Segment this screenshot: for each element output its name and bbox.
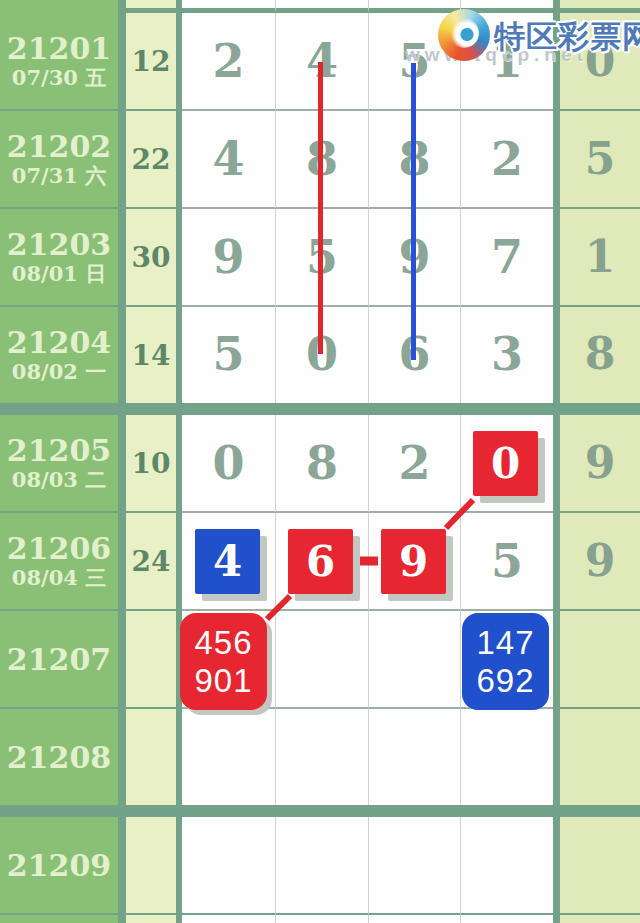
digit-cell: 8 — [275, 111, 368, 209]
site-logo: 特区彩票网 — [436, 6, 640, 66]
issue-cell: 21208 — [0, 709, 118, 805]
sum-value: 10 — [132, 447, 171, 480]
highlight-box-red: 9 — [381, 529, 446, 594]
digit-cell — [275, 915, 368, 923]
prediction-box-blue: 147692 — [462, 613, 549, 710]
issue-number: 21204 — [7, 326, 111, 359]
sum-cell: 24 — [126, 513, 176, 611]
digit-cell — [368, 915, 460, 923]
sum-cell — [126, 915, 176, 923]
row-21208: 21208 — [0, 709, 640, 805]
sum-cell — [126, 817, 176, 915]
sum-cell: 12 — [126, 13, 176, 111]
digit-cell — [275, 817, 368, 915]
row-21204: 2120408/02 一1450638 — [0, 307, 640, 403]
prediction-box-red: 456901 — [180, 613, 267, 710]
tail-cell: 1 — [560, 209, 640, 307]
issue-number: 21208 — [7, 741, 111, 774]
tail-cell — [560, 611, 640, 709]
sum-value: 22 — [132, 143, 171, 176]
digit-cell — [275, 611, 368, 709]
prediction-numbers: 456 — [194, 624, 252, 662]
digit-cell: 7 — [460, 209, 553, 307]
issue-cell: 2120107/30 五 — [0, 13, 118, 111]
draw-date: 07/31 六 — [12, 163, 106, 188]
digit-cell: 9 — [182, 209, 275, 307]
sum-cell: 30 — [126, 209, 176, 307]
issue-cell: 2120508/03 二 — [0, 415, 118, 513]
digit-cell — [182, 915, 275, 923]
sum-cell — [126, 611, 176, 709]
digit-cell — [368, 611, 460, 709]
digit-cell: 9 — [368, 209, 460, 307]
issue-cell — [0, 0, 118, 13]
logo-title: 特区彩票网 — [494, 16, 640, 58]
draw-date: 08/03 二 — [12, 467, 106, 492]
digit-cell: 5 — [182, 307, 275, 403]
sum-cell — [126, 0, 176, 13]
row-21205: 2120508/03 二100829 — [0, 415, 640, 513]
digit-cell — [182, 709, 275, 805]
digit-cell — [368, 709, 460, 805]
digit-cell — [460, 709, 553, 805]
draw-date: 07/30 五 — [12, 65, 106, 90]
digit-cell: 0 — [182, 415, 275, 513]
issue-number: 21203 — [7, 228, 111, 261]
digit-cell — [182, 0, 275, 13]
prediction-numbers: 901 — [194, 662, 252, 700]
tail-cell: 8 — [560, 307, 640, 403]
tail-cell — [560, 709, 640, 805]
highlight-box-red: 6 — [288, 529, 353, 594]
digit-cell: 0 — [275, 307, 368, 403]
tail-cell: 9 — [560, 415, 640, 513]
tail-cell: 5 — [560, 111, 640, 209]
highlight-box-blue: 4 — [195, 529, 260, 594]
sum-cell — [126, 709, 176, 805]
tail-cell: 9 — [560, 513, 640, 611]
row-21203: 2120308/01 日3095971 — [0, 209, 640, 307]
issue-cell: 21209 — [0, 817, 118, 915]
block-separator — [0, 403, 640, 415]
swirl-logo-icon — [438, 9, 490, 61]
issue-number: 21209 — [7, 849, 111, 882]
issue-number: 21202 — [7, 130, 111, 163]
sum-cell: 10 — [126, 415, 176, 513]
block-separator — [0, 805, 640, 817]
digit-cell: 2 — [460, 111, 553, 209]
tail-cell — [560, 817, 640, 915]
digit-cell: 8 — [275, 415, 368, 513]
issue-number: 21201 — [7, 32, 111, 65]
digit-cell: 8 — [368, 111, 460, 209]
digit-cell: 5 — [460, 513, 553, 611]
issue-number: 21206 — [7, 532, 111, 565]
draw-date: 08/01 日 — [12, 261, 106, 286]
digit-cell: 5 — [275, 209, 368, 307]
tail-cell — [560, 915, 640, 923]
chart-rows: 2120107/30 五12245102120207/31 六224882521… — [0, 0, 640, 923]
prediction-numbers: 692 — [476, 662, 534, 700]
issue-cell — [0, 915, 118, 923]
sum-value: 12 — [132, 45, 171, 78]
digit-cell: 2 — [368, 415, 460, 513]
digit-cell — [182, 817, 275, 915]
digit-cell: 2 — [182, 13, 275, 111]
sum-cell: 22 — [126, 111, 176, 209]
issue-cell: 21207 — [0, 611, 118, 709]
prediction-numbers: 147 — [476, 624, 534, 662]
sum-value: 14 — [132, 339, 171, 372]
issue-cell: 2120207/31 六 — [0, 111, 118, 209]
row-21202: 2120207/31 六2248825 — [0, 111, 640, 209]
digit-cell — [275, 0, 368, 13]
digit-cell: 4 — [182, 111, 275, 209]
row-21209: 21209 — [0, 817, 640, 915]
issue-cell: 2120608/04 三 — [0, 513, 118, 611]
digit-cell — [460, 817, 553, 915]
digit-cell — [460, 915, 553, 923]
lottery-trend-chart: 2120107/30 五12245102120207/31 六224882521… — [0, 0, 640, 923]
sum-cell: 14 — [126, 307, 176, 403]
highlight-box-red: 0 — [473, 431, 538, 496]
digit-cell — [368, 817, 460, 915]
sum-value: 24 — [132, 545, 171, 578]
partial-row-bottom — [0, 915, 640, 923]
draw-date: 08/04 三 — [12, 565, 106, 590]
issue-cell: 2120308/01 日 — [0, 209, 118, 307]
digit-cell: 4 — [275, 13, 368, 111]
issue-number: 21207 — [7, 643, 111, 676]
digit-cell: 6 — [368, 307, 460, 403]
digit-cell: 3 — [460, 307, 553, 403]
digit-cell — [275, 709, 368, 805]
issue-cell: 2120408/02 一 — [0, 307, 118, 403]
issue-number: 21205 — [7, 434, 111, 467]
sum-value: 30 — [132, 241, 171, 274]
draw-date: 08/02 一 — [12, 359, 106, 384]
